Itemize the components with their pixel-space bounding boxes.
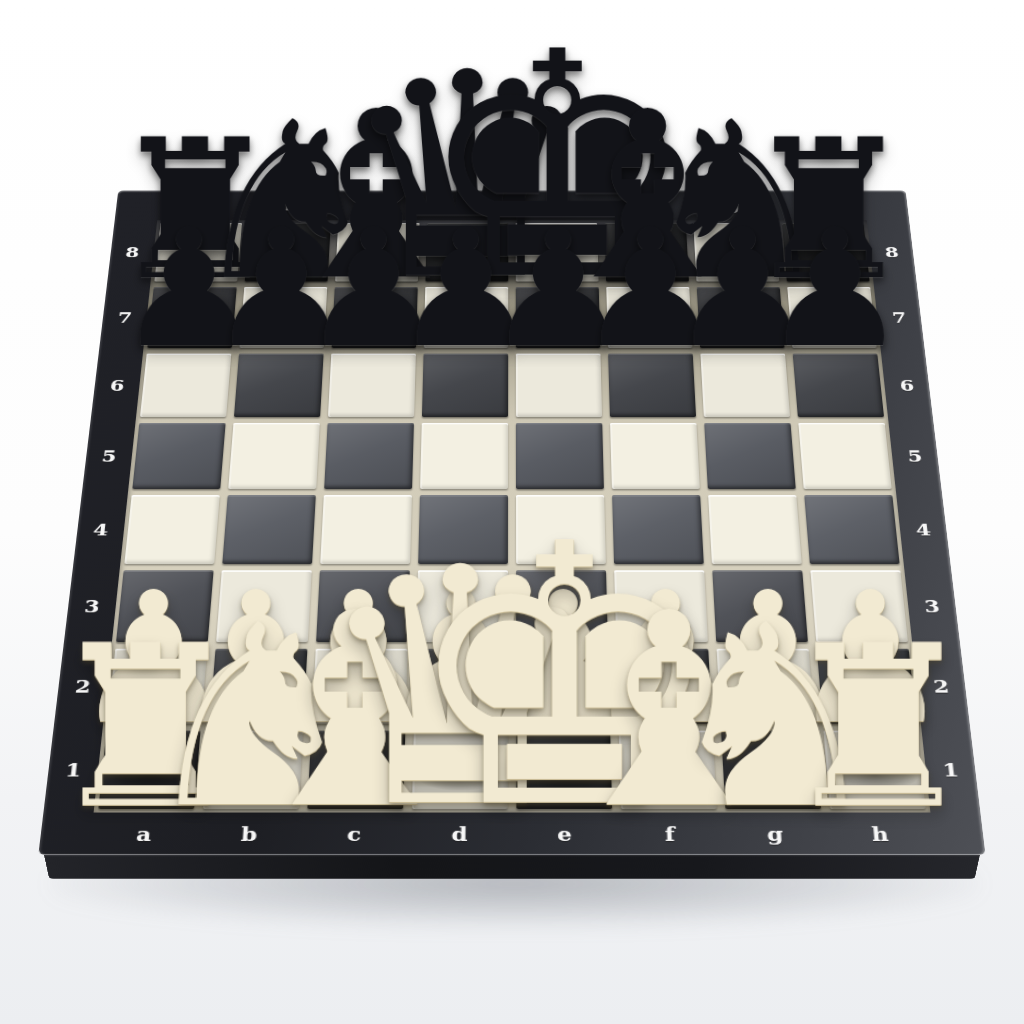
square-d8[interactable] — [425, 223, 508, 282]
chessboard-scene: ♜♞♝♛♚♝♞♜♟♟♟♟♟♟♟♟♟♟♟♟♟♟♟♟♜♞♝♛♚♝♞♜ aabbccd… — [82, 62, 942, 922]
square-f7[interactable] — [606, 287, 692, 348]
piece-white-rook-h1[interactable]: ♜ — [778, 616, 978, 840]
square-b6[interactable] — [234, 354, 324, 417]
square-a5[interactable] — [132, 423, 225, 489]
square-g7[interactable] — [697, 287, 785, 348]
square-b5[interactable] — [228, 423, 320, 489]
square-e7[interactable] — [516, 287, 601, 348]
file-label-bottom-f: f — [617, 813, 724, 855]
square-g8[interactable] — [693, 223, 779, 282]
file-label-bottom-g: g — [721, 813, 829, 855]
square-b8[interactable] — [245, 223, 331, 282]
square-e6[interactable] — [516, 354, 602, 417]
file-label-bottom-d: d — [406, 813, 512, 855]
square-f8[interactable] — [604, 223, 688, 282]
file-label-bottom-b: b — [195, 813, 303, 855]
square-h6[interactable] — [793, 354, 884, 417]
square-c8[interactable] — [335, 223, 419, 282]
square-d7[interactable] — [424, 287, 509, 348]
square-b7[interactable] — [239, 287, 327, 348]
rank-label-right-6: 6 — [881, 351, 934, 420]
square-a8[interactable] — [154, 223, 242, 282]
file-label-bottom-e: e — [512, 813, 618, 855]
page-background: ♜♞♝♛♚♝♞♜♟♟♟♟♟♟♟♟♟♟♟♟♟♟♟♟♜♞♝♛♚♝♞♜ aabbccd… — [0, 0, 1024, 1024]
board-front-edge — [44, 855, 980, 879]
file-label-bottom-c: c — [301, 813, 408, 855]
square-h8[interactable] — [782, 223, 870, 282]
file-label-bottom-a: a — [89, 813, 198, 855]
rank-label-left-6: 6 — [91, 351, 144, 420]
square-c7[interactable] — [332, 287, 418, 348]
piece-anchor-h1: ♜ — [819, 727, 930, 812]
square-e8[interactable] — [516, 223, 599, 282]
square-f6[interactable] — [608, 354, 696, 417]
square-g6[interactable] — [700, 354, 790, 417]
square-a7[interactable] — [147, 287, 236, 348]
file-label-bottom-h: h — [826, 813, 935, 855]
square-h7[interactable] — [787, 287, 876, 348]
square-c6[interactable] — [328, 354, 416, 417]
square-a6[interactable] — [140, 354, 231, 417]
square-c5[interactable] — [324, 423, 414, 489]
square-d6[interactable] — [422, 354, 508, 417]
chessboard: ♜♞♝♛♚♝♞♜♟♟♟♟♟♟♟♟♟♟♟♟♟♟♟♟♜♞♝♛♚♝♞♜ aabbccd… — [38, 190, 985, 854]
square-h5[interactable] — [798, 423, 891, 489]
